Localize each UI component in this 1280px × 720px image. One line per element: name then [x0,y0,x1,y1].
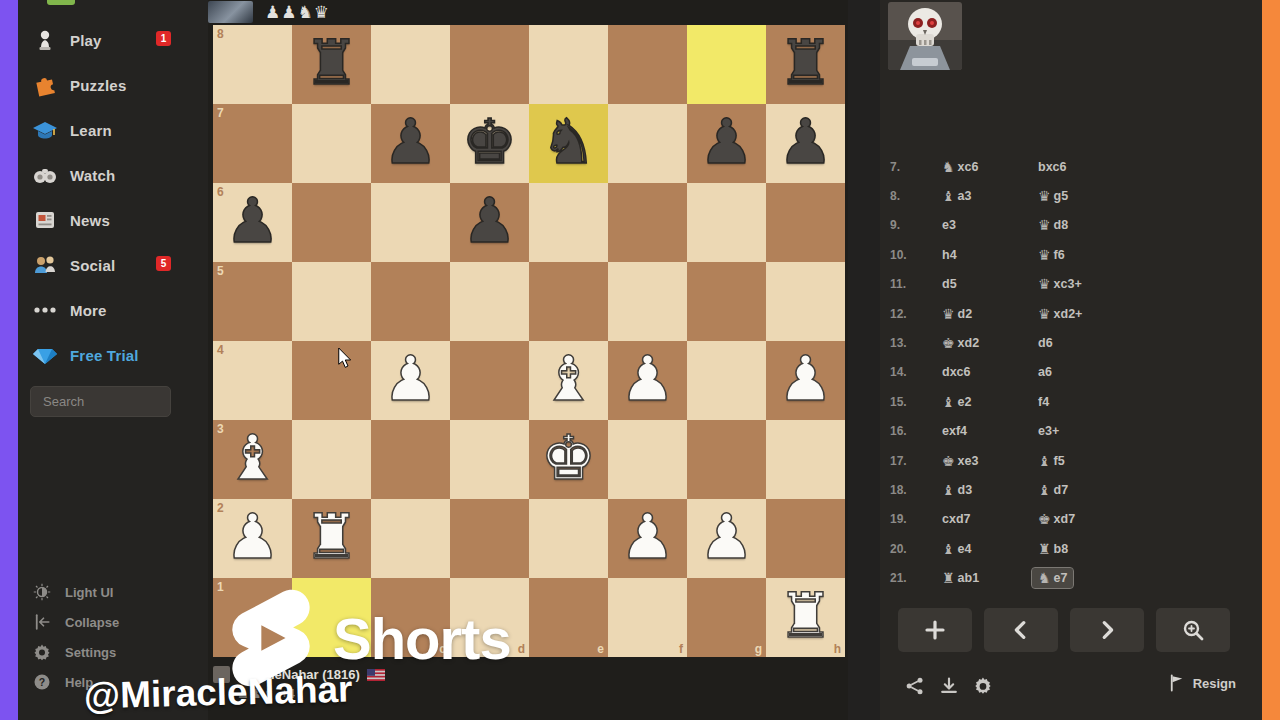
sidebar-footer-light-ui[interactable]: Light UI [33,578,203,606]
sidebar-item-watch[interactable]: Watch [32,153,208,197]
player-name: MiracleNahar (1816) [237,667,360,682]
square-b8[interactable]: ♜ [292,25,371,104]
square-d3[interactable] [450,420,529,499]
move-number: 15. [890,395,936,409]
square-h6[interactable] [766,183,845,262]
chevron-right-icon [1096,619,1118,641]
move-list: 7.♞xc6bxc68.♝a3♛g59.e3♛d810.h4♛f611.d5♛x… [880,152,1262,593]
video-frame: Play1PuzzlesLearnWatchNewsSocial5MoreFre… [0,0,1280,720]
skull-robot-avatar [888,2,962,70]
file-label: a [281,642,288,656]
square-g7[interactable]: ♟ [687,104,766,183]
plus-icon [923,618,947,642]
black-pawn-c7[interactable]: ♟ [371,104,450,183]
square-c3[interactable] [371,420,450,499]
move-row: 16.exf4e3+ [880,417,1262,446]
analysis-zoom-button[interactable] [1156,608,1230,652]
move-number: 12. [890,307,936,321]
white-move-10[interactable]: h4 [936,246,963,264]
play-pawn-icon [32,27,58,53]
square-g6[interactable] [687,183,766,262]
piece-letter-icon: ♝ [942,541,955,557]
square-h5[interactable] [766,262,845,341]
square-h4[interactable]: ♟ [766,341,845,420]
black-move-20[interactable]: ♜b8 [1032,539,1074,559]
square-b3[interactable] [292,420,371,499]
white-move-9[interactable]: e3 [936,216,962,234]
sidebar-item-label: Free Trial [70,347,139,364]
player-avatar [213,666,230,683]
white-move-11[interactable]: d5 [936,275,963,293]
half-sun-icon [33,583,51,601]
square-d7[interactable]: ♚ [450,104,529,183]
square-e1[interactable]: e [529,578,608,657]
black-move-10[interactable]: ♛f6 [1032,245,1071,265]
square-c2[interactable] [371,499,450,578]
square-c6[interactable] [371,183,450,262]
share-icon[interactable] [904,675,926,697]
magnifier-icon [1181,618,1205,642]
white-pawn-f4[interactable]: ♟ [608,341,687,420]
white-bishop-e4[interactable]: ♝ [529,341,608,420]
square-e3[interactable]: ♚ [529,420,608,499]
resign-button[interactable]: Resign [1168,674,1236,692]
file-label: f [679,642,683,656]
square-g5[interactable] [687,262,766,341]
us-flag-icon [367,669,385,681]
notification-badge: 1 [156,31,171,46]
move-row: 8.♝a3♛g5 [880,181,1262,210]
square-a3[interactable]: 3♝ [213,420,292,499]
black-move-12[interactable]: ♛xd2+ [1032,304,1088,324]
piece-letter-icon: ♜ [942,570,955,586]
square-d1[interactable]: d [450,578,529,657]
white-move-19[interactable]: cxd7 [936,510,977,528]
white-move-20[interactable]: ♝e4 [936,539,977,559]
piece-letter-icon: ♛ [942,306,955,322]
panel-footer: Resign [880,668,1262,704]
white-move-13[interactable]: ♚xd2 [936,333,985,353]
sidebar-item-puzzles[interactable]: Puzzles [32,63,208,107]
rank-label: 7 [217,106,224,120]
sidebar-footer-label: Help [65,675,93,690]
square-h1[interactable]: h♜ [766,578,845,657]
white-move-14[interactable]: dxc6 [936,363,977,381]
sidebar-item-play[interactable]: Play1 [32,18,208,62]
piece-letter-icon: ♛ [1038,217,1051,233]
square-f6[interactable] [608,183,687,262]
move-row: 17.♚xe3♝f5 [880,446,1262,475]
sidebar-item-label: Social [70,257,115,274]
white-pawn-a2[interactable]: ♟ [213,499,292,578]
square-e8[interactable] [529,25,608,104]
square-c8[interactable] [371,25,450,104]
square-f3[interactable] [608,420,687,499]
sidebar-item-label: More [70,302,107,319]
white-pawn-g2[interactable]: ♟ [687,499,766,578]
sidebar-footer-settings[interactable]: Settings [33,638,203,666]
rank-label: 2 [217,501,224,515]
file-label: h [834,642,841,656]
sidebar-item-more[interactable]: More [32,288,208,332]
white-move-8[interactable]: ♝a3 [936,186,977,206]
graduation-cap-icon [32,117,58,143]
square-f4[interactable]: ♟ [608,341,687,420]
sidebar-item-news[interactable]: News [32,198,208,242]
rank-label: 5 [217,264,224,278]
file-label: c [439,642,446,656]
black-pawn-g7[interactable]: ♟ [687,104,766,183]
move-number: 7. [890,160,936,174]
move-number: 21. [890,571,936,585]
move-number: 16. [890,424,936,438]
black-knight-e7[interactable]: ♞ [529,104,608,183]
square-g4[interactable] [687,341,766,420]
rank-label: 1 [217,580,224,594]
square-a1[interactable]: 1a [213,578,292,657]
opponent-mini-avatar [208,1,253,23]
add-move-button[interactable] [898,608,972,652]
sidebar-footer-label: Light UI [65,585,113,600]
square-c4[interactable]: ♟ [371,341,450,420]
move-number: 20. [890,542,936,556]
square-b1[interactable]: b [292,578,371,657]
black-rook-b8[interactable]: ♜ [292,25,371,104]
puzzle-icon [32,72,58,98]
move-number: 10. [890,248,936,262]
rank-label: 3 [217,422,224,436]
square-g3[interactable] [687,420,766,499]
nav-buttons [898,608,1230,652]
square-e5[interactable] [529,262,608,341]
resign-label: Resign [1193,676,1236,691]
rank-label: 8 [217,27,224,41]
black-move-14[interactable]: a6 [1032,363,1058,381]
rank-label: 4 [217,343,224,357]
file-label: g [755,642,762,656]
move-row: 7.♞xc6bxc6 [880,152,1262,181]
notification-badge: 5 [156,256,171,271]
binoculars-icon [32,162,58,188]
square-f1[interactable]: f [608,578,687,657]
player-row: MiracleNahar (1816) ♟♟♝ +4 [213,666,845,701]
piece-letter-icon: ♛ [1038,276,1051,292]
move-number: 18. [890,483,936,497]
square-a6[interactable]: 6♟ [213,183,292,262]
move-number: 11. [890,277,936,291]
sidebar-item-label: Puzzles [70,77,126,94]
move-row: 20.♝e4♜b8 [880,534,1262,563]
black-move-19[interactable]: ♚xd7 [1032,509,1081,529]
white-move-21[interactable]: ♜ab1 [936,568,985,588]
square-f2[interactable]: ♟ [608,499,687,578]
move-row: 12.♛d2♛xd2+ [880,299,1262,328]
piece-letter-icon: ♛ [1038,306,1051,322]
piece-letter-icon: ♚ [942,335,955,351]
square-g8[interactable] [687,25,766,104]
square-a4[interactable]: 4 [213,341,292,420]
people-icon [32,252,58,278]
black-pawn-d6[interactable]: ♟ [450,183,529,262]
move-number: 19. [890,512,936,526]
piece-letter-icon: ♝ [1038,453,1051,469]
captured-pieces-bottom: ♟♟♝ [237,686,275,701]
square-d2[interactable] [450,499,529,578]
square-e4[interactable]: ♝ [529,341,608,420]
captured-pieces-top: ♟♟♞♛ [265,2,330,22]
move-row: 14.dxc6a6 [880,358,1262,387]
chevron-left-icon [1010,619,1032,641]
file-label: b [360,642,367,656]
square-d8[interactable] [450,25,529,104]
square-h7[interactable]: ♟ [766,104,845,183]
chess-board[interactable]: 8♜♜7♟♚♞♟♟6♟♟54♟♝♟♟3♝♚2♟♜♟♟1abcdefgh♜ [213,25,845,657]
white-move-17[interactable]: ♚xe3 [936,451,984,471]
white-move-7[interactable]: ♞xc6 [936,157,984,177]
square-b6[interactable] [292,183,371,262]
square-d4[interactable] [450,341,529,420]
gear-icon [33,643,51,661]
piece-letter-icon: ♛ [1038,188,1051,204]
white-move-18[interactable]: ♝d3 [936,480,978,500]
white-move-12[interactable]: ♛d2 [936,304,978,324]
square-h3[interactable] [766,420,845,499]
prev-move-button[interactable] [984,608,1058,652]
chesscom-logo[interactable] [47,0,75,5]
square-d5[interactable] [450,262,529,341]
next-move-button[interactable] [1070,608,1144,652]
square-f8[interactable] [608,25,687,104]
flag-icon [1168,674,1186,692]
piece-letter-icon: ♜ [1038,541,1051,557]
square-d6[interactable]: ♟ [450,183,529,262]
move-row: 15.♝e2f4 [880,387,1262,416]
black-rook-h8[interactable]: ♜ [766,25,845,104]
white-pawn-f2[interactable]: ♟ [608,499,687,578]
white-pawn-h4[interactable]: ♟ [766,341,845,420]
white-bishop-a3[interactable]: ♝ [213,420,292,499]
square-a7[interactable]: 7 [213,104,292,183]
opponent-row: ♟♟♞♛ [208,0,848,23]
white-pawn-c4[interactable]: ♟ [371,341,450,420]
piece-letter-icon: ♚ [1038,511,1051,527]
file-label: e [597,642,604,656]
white-rook-b2[interactable]: ♜ [292,499,371,578]
square-e7[interactable]: ♞ [529,104,608,183]
black-move-11[interactable]: ♛xc3+ [1032,274,1088,294]
move-number: 17. [890,454,936,468]
black-move-15[interactable]: f4 [1032,393,1055,411]
gear-icon[interactable] [972,675,994,697]
move-number: 8. [890,189,936,203]
sidebar-footer-collapse[interactable]: Collapse [33,608,203,636]
piece-letter-icon: ♝ [942,188,955,204]
material-advantage: +4 [281,687,295,701]
sidebar-item-label: Play [70,32,102,49]
square-b7[interactable] [292,104,371,183]
sidebar-item-label: Watch [70,167,115,184]
square-f5[interactable] [608,262,687,341]
white-king-e3[interactable]: ♚ [529,420,608,499]
sidebar-item-label: News [70,212,110,229]
square-a8[interactable]: 8 [213,25,292,104]
sidebar-item-social[interactable]: Social5 [32,243,208,287]
sidebar-item-free-trial[interactable]: Free Trial [32,333,208,377]
help-icon: ? [33,673,51,691]
sidebar-footer-label: Collapse [65,615,119,630]
collapse-icon [33,613,51,631]
ellipsis-icon [32,297,58,323]
square-b5[interactable] [292,262,371,341]
piece-letter-icon: ♝ [1038,482,1051,498]
black-move-13[interactable]: d6 [1032,334,1059,352]
square-h8[interactable]: ♜ [766,25,845,104]
rank-label: 6 [217,185,224,199]
black-move-18[interactable]: ♝d7 [1032,480,1074,500]
black-move-9[interactable]: ♛d8 [1032,215,1074,235]
square-c1[interactable]: c [371,578,450,657]
move-row: 21.♜ab1♞e7 [880,563,1262,592]
piece-letter-icon: ♚ [942,453,955,469]
move-number: 14. [890,365,936,379]
newspaper-icon [32,207,58,233]
move-number: 9. [890,218,936,232]
sidebar-item-learn[interactable]: Learn [32,108,208,152]
sidebar-footer-label: Settings [65,645,116,660]
square-e6[interactable] [529,183,608,262]
move-row: 13.♚xd2d6 [880,328,1262,357]
black-pawn-h7[interactable]: ♟ [766,104,845,183]
sidebar-footer-help[interactable]: ?Help [33,668,203,696]
move-row: 9.e3♛d8 [880,211,1262,240]
diamond-icon [32,342,58,368]
black-move-16[interactable]: e3+ [1032,422,1065,440]
square-b4[interactable] [292,341,371,420]
search-input[interactable] [30,386,171,417]
black-move-7[interactable]: bxc6 [1032,158,1073,176]
move-row: 18.♝d3♝d7 [880,475,1262,504]
analysis-panel: 7.♞xc6bxc68.♝a3♛g59.e3♛d810.h4♛f611.d5♛x… [880,0,1262,720]
square-a2[interactable]: 2♟ [213,499,292,578]
white-move-16[interactable]: exf4 [936,422,973,440]
square-c7[interactable]: ♟ [371,104,450,183]
square-e2[interactable] [529,499,608,578]
sidebar: Play1PuzzlesLearnWatchNewsSocial5MoreFre… [18,0,208,720]
black-king-d7[interactable]: ♚ [450,104,529,183]
download-icon[interactable] [938,675,960,697]
square-c5[interactable] [371,262,450,341]
move-row: 11.d5♛xc3+ [880,270,1262,299]
square-b2[interactable]: ♜ [292,499,371,578]
square-a5[interactable]: 5 [213,262,292,341]
svg-text:?: ? [39,676,45,688]
piece-letter-icon: ♞ [1038,570,1051,586]
file-label: d [518,642,525,656]
piece-letter-icon: ♞ [942,159,955,175]
square-f7[interactable] [608,104,687,183]
move-row: 10.h4♛f6 [880,240,1262,269]
black-move-21[interactable]: ♞e7 [1032,568,1073,588]
sidebar-item-label: Learn [70,122,112,139]
square-g2[interactable]: ♟ [687,499,766,578]
black-pawn-a6[interactable]: ♟ [213,183,292,262]
move-number: 13. [890,336,936,350]
piece-letter-icon: ♝ [942,482,955,498]
square-g1[interactable]: g [687,578,766,657]
right-orange-border [1262,0,1280,720]
piece-letter-icon: ♝ [942,394,955,410]
piece-letter-icon: ♛ [1038,247,1051,263]
left-purple-border [0,0,18,720]
black-move-8[interactable]: ♛g5 [1032,186,1074,206]
square-h2[interactable] [766,499,845,578]
black-move-17[interactable]: ♝f5 [1032,451,1071,471]
move-row: 19.cxd7♚xd7 [880,505,1262,534]
white-move-15[interactable]: ♝e2 [936,392,977,412]
